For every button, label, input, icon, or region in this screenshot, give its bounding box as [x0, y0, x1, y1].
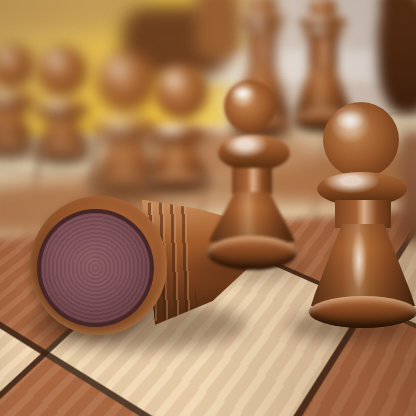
fallen-piece-base-rim [30, 196, 167, 335]
pawn-midground [206, 80, 298, 272]
pawn-collar [218, 135, 290, 171]
pawn-base [309, 296, 416, 328]
pawn-foreground [309, 100, 416, 330]
pawn-body [209, 192, 295, 242]
pawn-neck [335, 200, 391, 228]
pawn-neck [232, 168, 272, 194]
specular-highlight [232, 86, 254, 100]
fallen-piece-felt-base [37, 209, 154, 327]
specular-streak [351, 230, 367, 290]
chess-photo-scene [0, 0, 416, 416]
pawn-base [207, 236, 297, 270]
specular-highlight [335, 110, 365, 130]
